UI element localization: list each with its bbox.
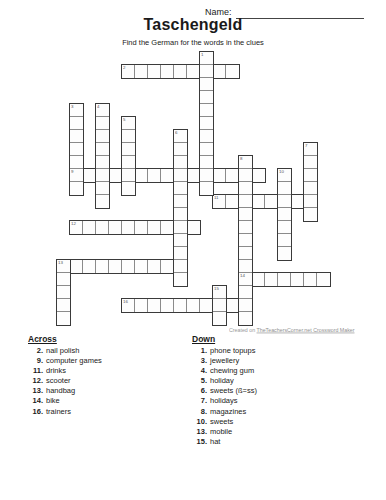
across-clue-list: 2.nail polish9.computer games11.drinks12…	[28, 347, 178, 415]
grid-cell	[174, 169, 187, 182]
grid-cell	[174, 234, 187, 247]
down-clues: Down 1.phone topups3.jewellery4.chewing …	[192, 334, 362, 448]
clue-item-text: chewing gum	[210, 367, 254, 375]
grid-cell	[96, 143, 109, 156]
grid-cell	[174, 65, 187, 78]
grid-cell	[96, 130, 109, 143]
grid-cell	[96, 169, 109, 182]
clue-number-8: 8	[240, 157, 242, 161]
grid-cell	[252, 195, 265, 208]
clue-item-number: 3.	[192, 357, 207, 365]
down-word-6	[173, 129, 188, 287]
grid-cell	[239, 169, 252, 182]
grid-cell	[135, 260, 148, 273]
clue-item: 2.nail polish	[28, 347, 178, 355]
clue-number-15: 15	[214, 287, 219, 291]
across-title: Across	[28, 334, 178, 344]
grid-cell	[239, 221, 252, 234]
clue-item: 13.handbag	[28, 387, 178, 395]
grid-cell	[200, 130, 213, 143]
grid-cell	[304, 195, 317, 208]
clue-number-13: 13	[58, 261, 63, 265]
down-word-1	[199, 51, 214, 196]
clue-item-number: 2.	[28, 347, 43, 355]
credit-line: Created on TheTeachersCorner.net Crosswo…	[229, 328, 355, 333]
clue-number-3: 3	[71, 105, 73, 109]
clue-number-1: 1	[201, 53, 203, 57]
clue-item-text: jewellery	[210, 357, 239, 365]
clue-item-number: 13.	[192, 428, 207, 436]
grid-cell	[70, 130, 83, 143]
credit-prefix: Created on	[229, 327, 257, 333]
grid-cell	[109, 221, 122, 234]
grid-cell	[83, 260, 96, 273]
grid-cell	[278, 234, 291, 247]
clue-number-14: 14	[240, 274, 245, 278]
clue-item-text: phone topups	[210, 347, 255, 355]
grid-cell	[213, 65, 226, 78]
crossword-grid: 12345678910111213141516	[0, 0, 386, 340]
grid-cell	[57, 299, 70, 312]
grid-cell	[161, 65, 174, 78]
grid-cell	[200, 78, 213, 91]
grid-cell	[96, 221, 109, 234]
clue-number-10: 10	[279, 170, 284, 174]
grid-cell	[96, 156, 109, 169]
clue-item-text: magazines	[210, 408, 246, 416]
credit-link[interactable]: TheTeachersCorner.net Crossword Maker	[257, 327, 355, 333]
clue-item-text: holiday	[210, 377, 234, 385]
grid-cell	[304, 156, 317, 169]
clue-item: 8.magazines	[192, 408, 362, 416]
clue-number-16: 16	[123, 300, 128, 304]
grid-cell	[122, 169, 135, 182]
grid-cell	[174, 208, 187, 221]
across-clues: Across 2.nail polish9.computer games11.d…	[28, 334, 178, 418]
clue-number-11: 11	[214, 196, 219, 200]
grid-cell	[278, 221, 291, 234]
grid-cell	[200, 65, 213, 78]
clue-item: 3.jewellery	[192, 357, 362, 365]
grid-cell	[278, 208, 291, 221]
grid-cell	[200, 182, 213, 195]
clue-item-text: nail polish	[46, 347, 79, 355]
grid-cell	[239, 234, 252, 247]
grid-cell	[122, 156, 135, 169]
grid-cell	[83, 221, 96, 234]
grid-cell	[174, 247, 187, 260]
clue-item: 9.computer games	[28, 357, 178, 365]
grid-cell	[304, 182, 317, 195]
grid-cell	[174, 195, 187, 208]
clue-item: 11.drinks	[28, 367, 178, 375]
clue-number-5: 5	[123, 118, 125, 122]
grid-cell	[96, 182, 109, 195]
down-word-4	[95, 103, 110, 209]
grid-cell	[135, 65, 148, 78]
down-title: Down	[192, 334, 362, 344]
clue-item-text: drinks	[46, 367, 66, 375]
grid-cell	[278, 247, 291, 260]
grid-cell	[122, 260, 135, 273]
grid-cell	[239, 299, 252, 312]
grid-cell	[174, 221, 187, 234]
grid-cell	[148, 169, 161, 182]
grid-cell	[278, 195, 291, 208]
grid-cell	[291, 273, 304, 286]
grid-cell	[96, 117, 109, 130]
grid-cell	[174, 156, 187, 169]
grid-cell	[239, 247, 252, 260]
clue-number-7: 7	[305, 144, 307, 148]
grid-cell	[278, 182, 291, 195]
grid-cell	[57, 273, 70, 286]
grid-cell	[161, 299, 174, 312]
down-clue-list: 1.phone topups3.jewellery4.chewing gum5.…	[192, 347, 362, 445]
grid-cell	[213, 299, 226, 312]
clue-item-text: hat	[210, 438, 220, 446]
grid-cell	[96, 195, 109, 208]
grid-cell	[70, 117, 83, 130]
grid-cell	[70, 143, 83, 156]
grid-cell	[239, 208, 252, 221]
clue-item: 16.trainers	[28, 408, 178, 416]
grid-cell	[148, 221, 161, 234]
grid-cell	[200, 104, 213, 117]
clue-number-9: 9	[71, 170, 73, 174]
clue-item-text: mobile	[210, 428, 232, 436]
grid-cell	[174, 260, 187, 273]
grid-cell	[96, 260, 109, 273]
grid-cell	[265, 273, 278, 286]
grid-cell	[148, 260, 161, 273]
grid-cell	[174, 299, 187, 312]
grid-cell	[200, 169, 213, 182]
clue-item-number: 4.	[192, 367, 207, 375]
grid-cell	[70, 182, 83, 195]
grid-cell	[148, 299, 161, 312]
down-word-7	[303, 142, 318, 222]
clue-item-text: scooter	[46, 377, 71, 385]
grid-cell	[174, 143, 187, 156]
grid-cell	[252, 273, 265, 286]
grid-cell	[252, 169, 265, 182]
grid-cell	[200, 91, 213, 104]
grid-cell	[226, 65, 239, 78]
grid-cell	[239, 182, 252, 195]
clue-number-12: 12	[71, 222, 76, 226]
clue-item: 6.sweets (ß=ss)	[192, 387, 362, 395]
grid-cell	[239, 312, 252, 325]
clue-item-number: 16.	[28, 408, 43, 416]
clue-item: 14.bike	[28, 397, 178, 405]
grid-cell	[239, 260, 252, 273]
grid-cell	[317, 273, 330, 286]
clue-item-text: trainers	[46, 408, 71, 416]
down-word-10	[277, 168, 292, 261]
clue-item-number: 1.	[192, 347, 207, 355]
clue-item-number: 10.	[192, 418, 207, 426]
grid-cell	[200, 117, 213, 130]
clue-item-text: sweets (ß=ss)	[210, 387, 257, 395]
down-word-3	[69, 103, 84, 196]
clue-item-number: 9.	[28, 357, 43, 365]
clue-item: 7.holidays	[192, 397, 362, 405]
grid-cell	[122, 130, 135, 143]
grid-cell	[135, 299, 148, 312]
clue-item: 15.hat	[192, 438, 362, 446]
clue-item: 5.holiday	[192, 377, 362, 385]
clue-item-number: 14.	[28, 397, 43, 405]
grid-cell	[239, 286, 252, 299]
grid-cell	[57, 312, 70, 325]
clue-item-number: 8.	[192, 408, 207, 416]
grid-cell	[122, 221, 135, 234]
grid-cell	[135, 169, 148, 182]
clue-item-number: 12.	[28, 377, 43, 385]
grid-cell	[122, 143, 135, 156]
clue-item-text: sweets	[210, 418, 233, 426]
grid-cell	[57, 286, 70, 299]
grid-cell	[239, 195, 252, 208]
across-word-16	[121, 298, 253, 313]
across-word-13	[56, 259, 188, 274]
clue-item: 12.scooter	[28, 377, 178, 385]
clue-item-number: 13.	[28, 387, 43, 395]
grid-cell	[148, 65, 161, 78]
grid-cell	[122, 182, 135, 195]
clue-item-text: holidays	[210, 397, 238, 405]
clue-item-number: 5.	[192, 377, 207, 385]
clue-item-text: bike	[46, 397, 60, 405]
grid-cell	[174, 182, 187, 195]
grid-cell	[304, 208, 317, 221]
grid-cell	[200, 156, 213, 169]
clue-item-text: computer games	[46, 357, 102, 365]
clue-number-6: 6	[175, 131, 177, 135]
grid-cell	[187, 221, 200, 234]
grid-cell	[200, 143, 213, 156]
grid-cell	[174, 273, 187, 286]
clue-number-2: 2	[123, 66, 125, 70]
clue-item-number: 7.	[192, 397, 207, 405]
clue-item: 10.sweets	[192, 418, 362, 426]
grid-cell	[304, 273, 317, 286]
clue-number-4: 4	[97, 105, 99, 109]
clue-item: 1.phone topups	[192, 347, 362, 355]
clue-item-number: 11.	[28, 367, 43, 375]
crossword-worksheet-page: { "game": "crossword", "header": { "name…	[0, 0, 386, 500]
clue-item: 4.chewing gum	[192, 367, 362, 375]
across-word-2	[121, 64, 240, 79]
grid-cell	[187, 299, 200, 312]
grid-cell	[109, 260, 122, 273]
grid-cell	[135, 221, 148, 234]
grid-cell	[213, 169, 226, 182]
clue-item: 13.mobile	[192, 428, 362, 436]
down-word-13	[56, 259, 71, 326]
grid-cell	[213, 312, 226, 325]
clue-item-number: 6.	[192, 387, 207, 395]
clue-item-text: handbag	[46, 387, 75, 395]
grid-cell	[278, 273, 291, 286]
clue-item-number: 15.	[192, 438, 207, 446]
down-word-8	[238, 155, 253, 326]
down-word-5	[121, 116, 136, 196]
grid-cell	[70, 156, 83, 169]
grid-cell	[70, 260, 83, 273]
grid-cell	[304, 169, 317, 182]
